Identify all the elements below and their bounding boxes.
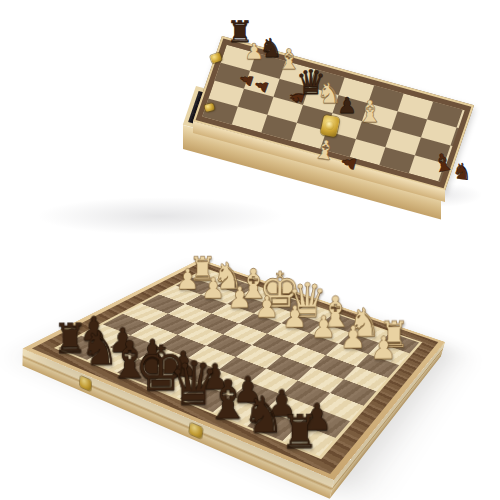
white-pawn: ♟: [254, 292, 279, 322]
white-pawn: ♟: [340, 322, 366, 353]
board-inner-maple-line: ♜♞♝♚♛♝♞♜♟♟♟♟♟♟♟♟♟♟♟♟♟♟♟♟♜♞♝♚♛♝♞♜: [54, 268, 422, 459]
soft-shadow: [0, 190, 330, 242]
white-pawn: ♟: [201, 274, 226, 303]
board-grid: ♜♞♝♚♛♝♞♜♟♟♟♟♟♟♟♟♟♟♟♟♟♟♟♟♜♞♝♚♛♝♞♜: [58, 270, 419, 457]
chess-board: ♜♞♝♚♛♝♞♜♟♟♟♟♟♟♟♟♟♟♟♟♟♟♟♟♜♞♝♚♛♝♞♜: [23, 259, 445, 480]
white-pawn: ♟: [282, 302, 308, 332]
tray-piece-dark-knight: ♞: [451, 160, 473, 184]
black-rook: ♜: [280, 409, 320, 455]
white-pawn: ♟: [311, 312, 337, 343]
brass-clasp: [189, 423, 203, 439]
black-knight: ♞: [242, 390, 285, 440]
product-photo: ♜♟♞♝♛♞♟♝♟♟♞♝♟♝♞ ♜♞♝♚♛♝♞♜♟♟♟♟♟♟♟♟♟♟♟♟♟♟♟♟…: [0, 0, 500, 500]
white-pawn: ♟: [175, 265, 199, 294]
white-pawn: ♟: [370, 332, 397, 363]
white-pawn: ♟: [227, 283, 252, 312]
brass-clasp: [79, 376, 90, 391]
